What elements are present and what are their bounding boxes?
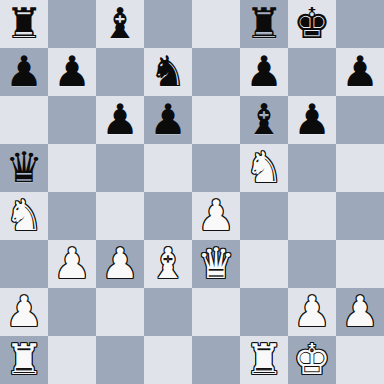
square-c8[interactable]: ♝ (96, 0, 144, 48)
piece-white-pawn[interactable]: ♟ (192, 192, 240, 240)
square-c6[interactable]: ♟ (96, 96, 144, 144)
square-b3[interactable]: ♟ (48, 240, 96, 288)
piece-black-pawn[interactable]: ♟ (0, 48, 48, 96)
square-a1[interactable]: ♜ (0, 336, 48, 384)
square-g5[interactable] (288, 144, 336, 192)
square-h1[interactable] (336, 336, 384, 384)
piece-black-pawn[interactable]: ♟ (96, 96, 144, 144)
square-h4[interactable] (336, 192, 384, 240)
piece-black-queen[interactable]: ♛ (0, 144, 48, 192)
square-c7[interactable] (96, 48, 144, 96)
square-c4[interactable] (96, 192, 144, 240)
piece-white-pawn[interactable]: ♟ (336, 288, 384, 336)
square-c1[interactable] (96, 336, 144, 384)
square-d6[interactable]: ♟ (144, 96, 192, 144)
square-f6[interactable]: ♝ (240, 96, 288, 144)
square-e5[interactable] (192, 144, 240, 192)
square-e6[interactable] (192, 96, 240, 144)
square-b2[interactable] (48, 288, 96, 336)
square-g4[interactable] (288, 192, 336, 240)
piece-white-rook[interactable]: ♜ (240, 336, 288, 384)
square-a5[interactable]: ♛ (0, 144, 48, 192)
square-g2[interactable]: ♟ (288, 288, 336, 336)
square-e4[interactable]: ♟ (192, 192, 240, 240)
piece-black-pawn[interactable]: ♟ (144, 96, 192, 144)
piece-white-king[interactable]: ♚ (288, 336, 336, 384)
square-e3[interactable]: ♛ (192, 240, 240, 288)
square-f4[interactable] (240, 192, 288, 240)
square-d7[interactable]: ♞ (144, 48, 192, 96)
square-d8[interactable] (144, 0, 192, 48)
square-b1[interactable] (48, 336, 96, 384)
square-e7[interactable] (192, 48, 240, 96)
square-e1[interactable] (192, 336, 240, 384)
square-e2[interactable] (192, 288, 240, 336)
piece-black-rook[interactable]: ♜ (0, 0, 48, 48)
square-h3[interactable] (336, 240, 384, 288)
square-h8[interactable] (336, 0, 384, 48)
square-a6[interactable] (0, 96, 48, 144)
piece-black-bishop[interactable]: ♝ (96, 0, 144, 48)
square-b5[interactable] (48, 144, 96, 192)
square-d3[interactable]: ♝ (144, 240, 192, 288)
piece-white-queen[interactable]: ♛ (192, 240, 240, 288)
square-a3[interactable] (0, 240, 48, 288)
piece-white-knight[interactable]: ♞ (240, 144, 288, 192)
piece-black-pawn[interactable]: ♟ (240, 48, 288, 96)
piece-white-bishop[interactable]: ♝ (144, 240, 192, 288)
square-c5[interactable] (96, 144, 144, 192)
square-e8[interactable] (192, 0, 240, 48)
piece-black-king[interactable]: ♚ (288, 0, 336, 48)
square-f2[interactable] (240, 288, 288, 336)
square-h5[interactable] (336, 144, 384, 192)
square-d1[interactable] (144, 336, 192, 384)
piece-white-rook[interactable]: ♜ (0, 336, 48, 384)
square-a7[interactable]: ♟ (0, 48, 48, 96)
square-c3[interactable]: ♟ (96, 240, 144, 288)
square-a8[interactable]: ♜ (0, 0, 48, 48)
piece-white-pawn[interactable]: ♟ (96, 240, 144, 288)
square-f5[interactable]: ♞ (240, 144, 288, 192)
square-g6[interactable]: ♟ (288, 96, 336, 144)
square-f8[interactable]: ♜ (240, 0, 288, 48)
piece-white-pawn[interactable]: ♟ (288, 288, 336, 336)
piece-black-pawn[interactable]: ♟ (288, 96, 336, 144)
square-d2[interactable] (144, 288, 192, 336)
square-f7[interactable]: ♟ (240, 48, 288, 96)
square-f1[interactable]: ♜ (240, 336, 288, 384)
chess-board: ♜♝♜♚♟♟♞♟♟♟♟♝♟♛♞♞♟♟♟♝♛♟♟♟♜♜♚ (0, 0, 384, 384)
piece-black-knight[interactable]: ♞ (144, 48, 192, 96)
piece-black-rook[interactable]: ♜ (240, 0, 288, 48)
square-g3[interactable] (288, 240, 336, 288)
square-h7[interactable]: ♟ (336, 48, 384, 96)
piece-black-pawn[interactable]: ♟ (48, 48, 96, 96)
square-b4[interactable] (48, 192, 96, 240)
square-h6[interactable] (336, 96, 384, 144)
piece-white-pawn[interactable]: ♟ (0, 288, 48, 336)
square-a2[interactable]: ♟ (0, 288, 48, 336)
square-g8[interactable]: ♚ (288, 0, 336, 48)
square-d4[interactable] (144, 192, 192, 240)
square-a4[interactable]: ♞ (0, 192, 48, 240)
piece-white-knight[interactable]: ♞ (0, 192, 48, 240)
piece-black-bishop[interactable]: ♝ (240, 96, 288, 144)
square-g7[interactable] (288, 48, 336, 96)
piece-black-pawn[interactable]: ♟ (336, 48, 384, 96)
square-d5[interactable] (144, 144, 192, 192)
square-g1[interactable]: ♚ (288, 336, 336, 384)
piece-white-pawn[interactable]: ♟ (48, 240, 96, 288)
square-b7[interactable]: ♟ (48, 48, 96, 96)
square-h2[interactable]: ♟ (336, 288, 384, 336)
square-b6[interactable] (48, 96, 96, 144)
square-b8[interactable] (48, 0, 96, 48)
square-f3[interactable] (240, 240, 288, 288)
square-c2[interactable] (96, 288, 144, 336)
